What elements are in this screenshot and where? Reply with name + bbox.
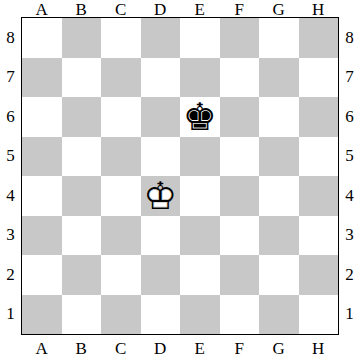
square-a3[interactable]: [22, 216, 62, 256]
square-b4[interactable]: [62, 176, 102, 216]
black-king-glyph: ♚: [180, 97, 220, 137]
square-a2[interactable]: [22, 255, 62, 295]
square-f4[interactable]: [220, 176, 260, 216]
square-f8[interactable]: [220, 18, 260, 58]
rank-right-label-2: 2: [339, 255, 360, 295]
square-b7[interactable]: [62, 58, 102, 98]
square-h4[interactable]: [299, 176, 339, 216]
file-bottom-label-h: H: [299, 338, 339, 360]
square-a7[interactable]: [22, 58, 62, 98]
square-b8[interactable]: [62, 18, 102, 58]
square-g3[interactable]: [259, 216, 299, 256]
file-bottom-label-g: G: [259, 338, 299, 360]
rank-left-label-8: 8: [0, 18, 21, 58]
file-bottom-label-d: D: [141, 338, 181, 360]
square-e5[interactable]: [180, 137, 220, 177]
square-d1[interactable]: [141, 295, 181, 335]
rank-right-label-3: 3: [339, 216, 360, 256]
square-a6[interactable]: [22, 97, 62, 137]
file-labels-top: ABCDEFGH: [22, 0, 338, 17]
rank-left-label-1: 1: [0, 295, 21, 335]
square-g8[interactable]: [259, 18, 299, 58]
square-g7[interactable]: [259, 58, 299, 98]
square-c5[interactable]: [101, 137, 141, 177]
square-g2[interactable]: [259, 255, 299, 295]
rank-left-label-4: 4: [0, 176, 21, 216]
square-h6[interactable]: [299, 97, 339, 137]
file-bottom-label-e: E: [180, 338, 220, 360]
square-c3[interactable]: [101, 216, 141, 256]
square-d8[interactable]: [141, 18, 181, 58]
square-c4[interactable]: [101, 176, 141, 216]
square-d6[interactable]: [141, 97, 181, 137]
square-b6[interactable]: [62, 97, 102, 137]
square-a5[interactable]: [22, 137, 62, 177]
square-e8[interactable]: [180, 18, 220, 58]
chess-board: ♚♚♔: [21, 17, 339, 335]
rank-left-label-7: 7: [0, 58, 21, 98]
square-f1[interactable]: [220, 295, 260, 335]
square-h5[interactable]: [299, 137, 339, 177]
square-h2[interactable]: [299, 255, 339, 295]
file-bottom-label-c: C: [101, 338, 141, 360]
square-g5[interactable]: [259, 137, 299, 177]
square-f5[interactable]: [220, 137, 260, 177]
square-g4[interactable]: [259, 176, 299, 216]
square-e2[interactable]: [180, 255, 220, 295]
rank-labels-right: 87654321: [339, 18, 360, 334]
square-e4[interactable]: [180, 176, 220, 216]
square-h7[interactable]: [299, 58, 339, 98]
rank-left-label-6: 6: [0, 97, 21, 137]
square-d7[interactable]: [141, 58, 181, 98]
square-c1[interactable]: [101, 295, 141, 335]
square-a4[interactable]: [22, 176, 62, 216]
square-f2[interactable]: [220, 255, 260, 295]
rank-left-label-3: 3: [0, 216, 21, 256]
rank-left-label-5: 5: [0, 137, 21, 177]
white-king-outline: ♔: [141, 176, 181, 216]
square-c6[interactable]: [101, 97, 141, 137]
square-d2[interactable]: [141, 255, 181, 295]
rank-right-label-5: 5: [339, 137, 360, 177]
square-f6[interactable]: [220, 97, 260, 137]
white-king[interactable]: ♚♔: [141, 176, 181, 216]
black-king[interactable]: ♚: [180, 97, 220, 137]
file-bottom-label-a: A: [22, 338, 62, 360]
square-c2[interactable]: [101, 255, 141, 295]
square-f7[interactable]: [220, 58, 260, 98]
square-h3[interactable]: [299, 216, 339, 256]
square-e3[interactable]: [180, 216, 220, 256]
square-d3[interactable]: [141, 216, 181, 256]
square-g1[interactable]: [259, 295, 299, 335]
rank-right-label-8: 8: [339, 18, 360, 58]
file-bottom-label-b: B: [62, 338, 102, 360]
rank-right-label-7: 7: [339, 58, 360, 98]
file-bottom-label-f: F: [220, 338, 260, 360]
square-e6[interactable]: ♚: [180, 97, 220, 137]
square-d4[interactable]: ♚♔: [141, 176, 181, 216]
square-c7[interactable]: [101, 58, 141, 98]
square-a1[interactable]: [22, 295, 62, 335]
rank-right-label-4: 4: [339, 176, 360, 216]
square-c8[interactable]: [101, 18, 141, 58]
rank-right-label-1: 1: [339, 295, 360, 335]
square-b1[interactable]: [62, 295, 102, 335]
square-h1[interactable]: [299, 295, 339, 335]
square-f3[interactable]: [220, 216, 260, 256]
square-d5[interactable]: [141, 137, 181, 177]
square-a8[interactable]: [22, 18, 62, 58]
square-h8[interactable]: [299, 18, 339, 58]
file-labels-bottom: ABCDEFGH: [22, 338, 338, 360]
square-b2[interactable]: [62, 255, 102, 295]
chess-diagram: ABCDEFGH ABCDEFGH 87654321 87654321 ♚♚♔: [0, 0, 360, 360]
square-b5[interactable]: [62, 137, 102, 177]
rank-right-label-6: 6: [339, 97, 360, 137]
rank-labels-left: 87654321: [0, 18, 21, 334]
square-e1[interactable]: [180, 295, 220, 335]
square-e7[interactable]: [180, 58, 220, 98]
square-b3[interactable]: [62, 216, 102, 256]
square-g6[interactable]: [259, 97, 299, 137]
rank-left-label-2: 2: [0, 255, 21, 295]
